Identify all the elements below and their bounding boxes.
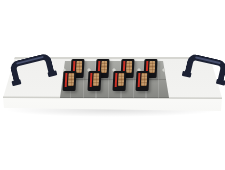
module — [87, 71, 101, 91]
module — [135, 71, 149, 91]
product-photo — [0, 0, 225, 170]
module-winding — [140, 73, 147, 86]
module — [112, 71, 126, 91]
module-winding — [67, 73, 74, 86]
module-winding — [92, 73, 99, 86]
module-winding — [117, 73, 124, 86]
module — [62, 71, 76, 91]
